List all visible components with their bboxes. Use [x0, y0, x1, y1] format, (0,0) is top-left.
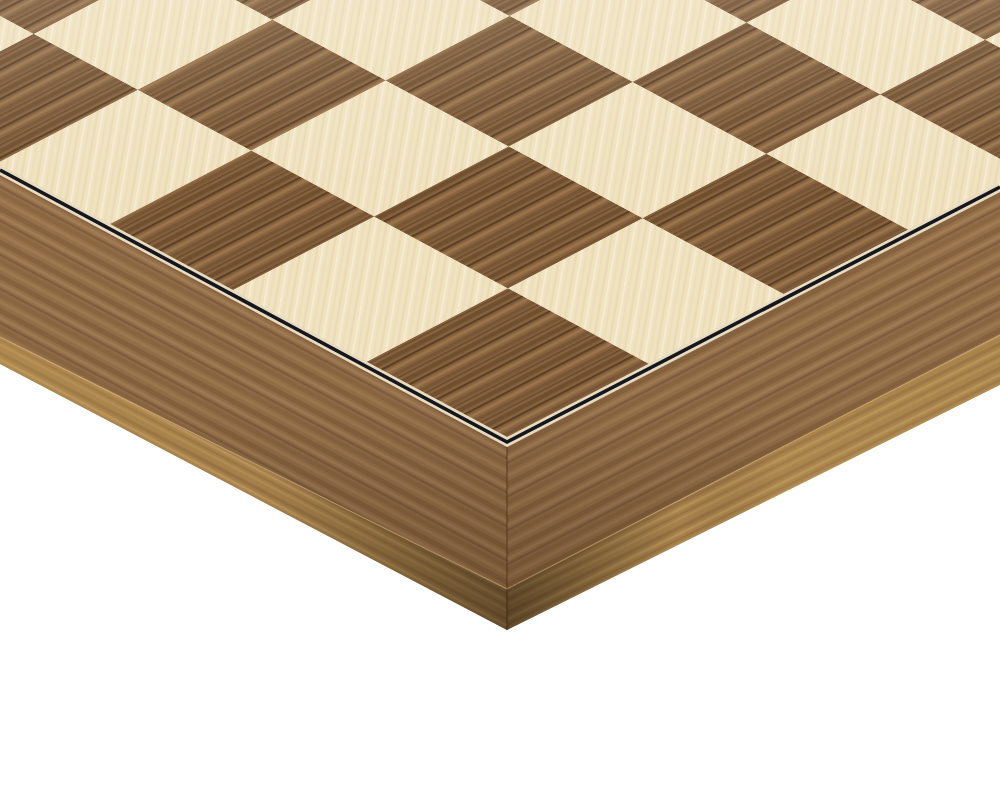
chessboard [0, 0, 1000, 800]
photo-backdrop [0, 0, 1000, 800]
depth-haze [0, 0, 1000, 190]
